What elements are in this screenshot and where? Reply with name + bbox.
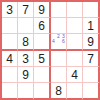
cell-r3c6[interactable]: 9: [83, 34, 100, 51]
given-digit: 8: [22, 36, 29, 48]
cell-r4c1[interactable]: 4: [2, 51, 18, 67]
pencil-mark-pos-6: 6: [62, 39, 65, 44]
cell-r1c2[interactable]: 7: [18, 2, 34, 18]
cell-r5c6[interactable]: [83, 67, 100, 83]
given-digit: 9: [22, 69, 29, 81]
given-digit: 4: [71, 69, 78, 81]
cell-r2c4[interactable]: [51, 18, 67, 34]
cell-r6c6[interactable]: [83, 83, 100, 100]
cell-r1c3[interactable]: 9: [34, 2, 51, 18]
cell-r6c1[interactable]: [2, 83, 18, 100]
cell-r4c4[interactable]: [51, 51, 67, 67]
cell-r5c3[interactable]: [34, 67, 51, 83]
cell-r2c2[interactable]: [18, 18, 34, 34]
cell-r1c5[interactable]: [67, 2, 83, 18]
given-digit: 5: [38, 53, 45, 65]
cell-r6c2[interactable]: [18, 83, 34, 100]
cell-r2c3[interactable]: 6: [34, 18, 51, 34]
cell-r4c5[interactable]: [67, 51, 83, 67]
given-digit: 6: [38, 20, 45, 32]
given-digit: 1: [87, 20, 94, 32]
given-digit: 3: [6, 4, 13, 16]
cell-r3c3[interactable]: [34, 34, 51, 51]
pencil-mark-pos-3: 3: [62, 34, 65, 39]
cell-r5c5[interactable]: 4: [67, 67, 83, 83]
sudoku-board-viewport: 379618234694357948: [0, 0, 100, 100]
cell-r6c3[interactable]: [34, 83, 51, 100]
cell-r1c1[interactable]: 3: [2, 2, 18, 18]
cell-r4c6[interactable]: 7: [83, 51, 100, 67]
given-digit: 7: [22, 4, 29, 16]
cell-r3c2[interactable]: 8: [18, 34, 34, 51]
given-digit: 3: [22, 53, 29, 65]
cell-r1c4[interactable]: [51, 2, 67, 18]
cell-r5c4[interactable]: [51, 67, 67, 83]
pencil-marks: 2346: [51, 34, 66, 49]
cell-r4c3[interactable]: 5: [34, 51, 51, 67]
cell-r3c4[interactable]: 2346: [51, 34, 67, 51]
given-digit: 8: [55, 85, 62, 97]
sudoku-board: 379618234694357948: [0, 0, 100, 100]
cell-r6c4[interactable]: 8: [51, 83, 67, 100]
pencil-mark-pos-4: 4: [52, 39, 55, 44]
cell-r6c5[interactable]: [67, 83, 83, 100]
cell-r2c1[interactable]: [2, 18, 18, 34]
given-digit: 4: [6, 53, 13, 65]
cell-r2c5[interactable]: [67, 18, 83, 34]
given-digit: 9: [87, 36, 94, 48]
cell-r3c1[interactable]: [2, 34, 18, 51]
cell-r5c1[interactable]: [2, 67, 18, 83]
given-digit: 9: [38, 4, 45, 16]
cell-r4c2[interactable]: 3: [18, 51, 34, 67]
cell-r5c2[interactable]: 9: [18, 67, 34, 83]
cell-r3c5[interactable]: [67, 34, 83, 51]
given-digit: 7: [87, 53, 94, 65]
cell-r1c6[interactable]: [83, 2, 100, 18]
pencil-mark-pos-2: 2: [57, 34, 60, 39]
cell-r2c6[interactable]: 1: [83, 18, 100, 34]
